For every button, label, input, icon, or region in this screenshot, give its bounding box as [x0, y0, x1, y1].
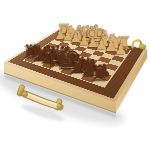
chess-set-photo: ♜♞♝♛♚♝♞♜♟♟♟♟♟♟♟♟♟♟♟♟♟♟♟♟♜♞♝♛♚♝♞♜ [0, 0, 150, 150]
brass-hardware [0, 0, 150, 150]
latch-hook [132, 40, 146, 50]
latch-plate [139, 43, 146, 50]
brass-hinge [97, 29, 105, 38]
